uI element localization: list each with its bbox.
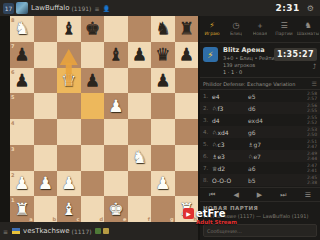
move-number: 3. [203, 117, 212, 123]
move-number: 7. [203, 165, 212, 171]
black-pawn[interactable]: ♟ [128, 42, 152, 68]
black-rook[interactable]: ♜ [175, 16, 199, 42]
square-d6[interactable]: ♟ [81, 68, 105, 94]
tournament-players-count: 139 игроков [223, 62, 317, 68]
rank-label-4: 4 [11, 120, 14, 126]
list-icon: ☰ [280, 22, 287, 30]
top-player-clock: 2:31 [275, 3, 299, 13]
white-knight[interactable]: ♞ [128, 145, 152, 171]
file-label-f: f [148, 216, 150, 222]
square-a1[interactable]: 1a♜ [10, 196, 34, 222]
square-g3[interactable] [151, 145, 175, 171]
square-c6[interactable]: ♛ [57, 68, 81, 94]
watermark-subtext: Adult Stream [196, 219, 237, 225]
tab-блиц[interactable]: ◷Блиц [224, 16, 248, 42]
move-list[interactable]: 1.e4e52:582:572.♘f3d62:562:553.d4exd42:5… [200, 90, 320, 187]
white-pawn[interactable]: ♟ [10, 171, 34, 197]
black-move[interactable]: exd4 [248, 117, 284, 124]
top-player-bar: 17 LawBuffalo (1191) ≡ 👤 2:31 ⚙ [0, 0, 320, 16]
clock-icon: ◷ [233, 22, 240, 30]
square-e1[interactable]: e♚ [104, 196, 128, 222]
square-c8[interactable]: ♝ [57, 16, 81, 42]
rank-label-5: 5 [11, 94, 14, 100]
app-window: 17 LawBuffalo (1191) ≡ 👤 2:31 ⚙ 8♞♝♚♞♜7♟… [0, 0, 320, 240]
flag-icon [12, 228, 20, 234]
square-c3[interactable] [57, 145, 81, 171]
black-move[interactable]: b5 [248, 177, 284, 184]
tab-шахматы[interactable]: ♞Шахматы [296, 16, 320, 42]
move-counter-badge: 17 [3, 3, 14, 14]
watermark-text: etFre [196, 208, 225, 219]
black-bishop[interactable]: ♝ [57, 16, 81, 42]
list-icon: ≡ [94, 5, 99, 12]
square-e5[interactable]: ♟ [104, 93, 128, 119]
tab-label: Играю [204, 31, 219, 36]
tournament-score: 1 · 1 · 0 [223, 69, 317, 75]
white-move[interactable]: O-O-O [212, 177, 248, 184]
white-pawn[interactable]: ♟ [104, 93, 128, 119]
black-move[interactable]: g6 [248, 129, 284, 136]
white-move[interactable]: ♘c3 [212, 141, 248, 148]
square-f5[interactable] [128, 93, 152, 119]
black-move[interactable]: e5 [248, 93, 284, 100]
square-g7[interactable]: ♛ [151, 42, 175, 68]
white-queen[interactable]: ♛ [57, 68, 81, 94]
square-h3[interactable] [175, 145, 199, 171]
black-move[interactable]: d6 [248, 105, 284, 112]
black-pawn[interactable]: ♟ [10, 68, 34, 94]
square-e8[interactable] [104, 16, 128, 42]
square-f2[interactable] [128, 171, 152, 197]
square-g8[interactable]: ♞ [151, 16, 175, 42]
rank-label-3: 3 [11, 146, 14, 152]
move-row[interactable]: 2.♘f3d62:562:55 [200, 102, 320, 114]
black-bishop[interactable]: ♝ [104, 42, 128, 68]
move-clocks: 2:452:38 [307, 175, 317, 185]
black-pawn[interactable]: ♟ [81, 68, 105, 94]
black-king[interactable]: ♚ [81, 16, 105, 42]
move-row[interactable]: 7.♕d2a62:472:41 [200, 162, 320, 174]
tab-играю[interactable]: ⚡Играю [200, 16, 224, 42]
square-g1[interactable]: g [151, 196, 175, 222]
square-f3[interactable]: ♞ [128, 145, 152, 171]
tab-партии[interactable]: ☰Партии [272, 16, 296, 42]
square-c7[interactable] [57, 42, 81, 68]
move-row[interactable]: 5.♘c3♗g72:512:47 [200, 138, 320, 150]
square-e4[interactable] [104, 119, 128, 145]
play-icon: ▶ [183, 208, 194, 219]
list-icon: ≡ [3, 228, 8, 235]
square-b4[interactable] [34, 119, 58, 145]
black-move[interactable]: ♗g7 [248, 141, 284, 148]
prev-move-icon[interactable]: ◀ [233, 191, 238, 199]
playback-controls: ⏮◀▶⏭☰ [200, 187, 320, 202]
white-move[interactable]: ♘xd4 [212, 129, 248, 136]
move-row[interactable]: 1.e4e52:582:57 [200, 90, 320, 102]
white-knight[interactable]: ♞ [10, 16, 34, 42]
white-king[interactable]: ♚ [104, 196, 128, 222]
square-a4[interactable]: 4 [10, 119, 34, 145]
white-rook[interactable]: ♜ [10, 196, 34, 222]
lightning-icon: ⚡ [209, 22, 215, 30]
file-label-g: g [170, 216, 174, 222]
tournament-card[interactable]: ⚡ Blitz Арена 3+0 • Блиц • Рейтинговая 1… [200, 43, 320, 78]
white-move[interactable]: d4 [212, 117, 248, 124]
white-move[interactable]: ♘f3 [212, 105, 248, 112]
white-move[interactable]: e4 [212, 93, 248, 100]
bottom-player-name[interactable]: vesTkachswe [23, 227, 70, 235]
square-h4[interactable] [175, 119, 199, 145]
file-label-d: d [99, 216, 103, 222]
square-e3[interactable] [104, 145, 128, 171]
move-clocks: 2:492:44 [307, 151, 317, 161]
square-d5[interactable] [81, 93, 105, 119]
bottom-player-rating: (1117) [72, 228, 92, 235]
square-b2[interactable]: ♟ [34, 171, 58, 197]
move-row[interactable]: 4.♘xd4g62:532:50 [200, 126, 320, 138]
sidebar: ⚡Играю◷Блиц＋Новая☰Партии♞Шахматы ⚡ Blitz… [200, 16, 320, 240]
square-h8[interactable]: ♜ [175, 16, 199, 42]
square-g6[interactable]: ♟ [151, 68, 175, 94]
square-b1[interactable]: b [34, 196, 58, 222]
square-a8[interactable]: 8♞ [10, 16, 34, 42]
move-number: 6. [203, 153, 212, 159]
avatar[interactable] [16, 2, 28, 14]
square-f8[interactable] [128, 16, 152, 42]
square-b5[interactable] [34, 93, 58, 119]
square-c5[interactable] [57, 93, 81, 119]
next-move-icon[interactable]: ▶ [257, 191, 262, 199]
move-number: 8. [203, 177, 212, 183]
tab-label: Новая [253, 31, 267, 36]
move-clocks: 2:472:41 [307, 163, 317, 173]
black-move[interactable]: a6 [248, 165, 284, 172]
top-player-rating: (1191) [72, 5, 92, 12]
square-b8[interactable] [34, 16, 58, 42]
bottom-player-bar: ≡ vesTkachswe (1117) [0, 222, 198, 240]
square-b3[interactable] [34, 145, 58, 171]
black-pawn[interactable]: ♟ [151, 68, 175, 94]
status-badge [95, 228, 101, 234]
square-a7[interactable]: 7♟ [10, 42, 34, 68]
top-player-name[interactable]: LawBuffalo [31, 4, 70, 12]
square-g5[interactable] [151, 93, 175, 119]
square-c2[interactable]: ♟ [57, 171, 81, 197]
square-g2[interactable]: ♟ [151, 171, 175, 197]
square-a2[interactable]: 2♟ [10, 171, 34, 197]
trophy-badge [103, 228, 109, 234]
chat-placeholder: Сообщение... [207, 228, 242, 234]
opening-row: Philidor Defense: Exchange Variation ☰ [200, 78, 320, 90]
square-c1[interactable]: c♝ [57, 196, 81, 222]
knight-icon: ♞ [304, 22, 311, 30]
share-icon[interactable]: ⤴ [313, 63, 317, 71]
chat-input[interactable]: Сообщение... [203, 224, 317, 237]
square-d1[interactable]: d [81, 196, 105, 222]
white-pawn[interactable]: ♟ [34, 171, 58, 197]
move-number: 5. [203, 141, 212, 147]
square-f1[interactable]: f [128, 196, 152, 222]
menu-icon[interactable]: ☰ [305, 191, 311, 199]
square-c4[interactable] [57, 119, 81, 145]
square-f4[interactable] [128, 119, 152, 145]
tournament-clock: 1:35:27 [274, 48, 317, 61]
opening-name: Philidor Defense: Exchange Variation [203, 81, 310, 87]
black-queen[interactable]: ♛ [151, 42, 175, 68]
white-move[interactable]: ♗e3 [212, 153, 248, 160]
white-pawn[interactable]: ♟ [151, 171, 175, 197]
square-d2[interactable] [81, 171, 105, 197]
sidebar-tabs: ⚡Играю◷Блиц＋Новая☰Партии♞Шахматы [200, 16, 320, 43]
plus-icon: ＋ [256, 22, 264, 30]
lightning-icon: ⚡ [203, 47, 218, 62]
square-d8[interactable]: ♚ [81, 16, 105, 42]
square-e6[interactable] [104, 68, 128, 94]
square-a5[interactable]: 5 [10, 93, 34, 119]
menu-icon[interactable]: ☰ [312, 80, 317, 87]
move-number: 4. [203, 129, 212, 135]
person-icon: 👤 [102, 5, 110, 12]
move-clocks: 2:512:47 [307, 139, 317, 149]
square-f6[interactable] [128, 68, 152, 94]
move-row[interactable]: 3.d4exd42:552:52 [200, 114, 320, 126]
black-move[interactable]: ♘e7 [248, 153, 284, 160]
move-row[interactable]: 8.O-O-Ob52:452:38 [200, 174, 320, 186]
move-number: 2. [203, 105, 212, 111]
square-a6[interactable]: 6♟ [10, 68, 34, 94]
tab-label: Шахматы [297, 31, 320, 36]
tab-label: Партии [275, 31, 292, 36]
move-row[interactable]: 6.♗e3♘e72:492:44 [200, 150, 320, 162]
black-knight[interactable]: ♞ [151, 16, 175, 42]
black-pawn[interactable]: ♟ [10, 42, 34, 68]
square-h5[interactable] [175, 93, 199, 119]
watermark: ▶ etFre Adult Stream [183, 208, 237, 225]
move-clocks: 2:582:57 [307, 91, 317, 101]
square-a3[interactable]: 3 [10, 145, 34, 171]
tab-новая[interactable]: ＋Новая [248, 16, 272, 42]
move-clocks: 2:532:50 [307, 127, 317, 137]
move-number: 1. [203, 93, 212, 99]
square-b7[interactable] [34, 42, 58, 68]
white-move[interactable]: ♕d2 [212, 165, 248, 172]
chess-board[interactable]: 8♞♝♚♞♜7♟♝♟♛♟6♟♛♟♟5♟43♞2♟♟♟♟1a♜bc♝de♚fgh♜ [10, 16, 198, 222]
white-pawn[interactable]: ♟ [57, 171, 81, 197]
move-clocks: 2:562:55 [307, 103, 317, 113]
first-move-icon[interactable]: ⏮ [209, 191, 215, 199]
move-clocks: 2:552:52 [307, 115, 317, 125]
square-e2[interactable] [104, 171, 128, 197]
square-d4[interactable] [81, 119, 105, 145]
black-pawn[interactable]: ♟ [175, 42, 199, 68]
square-d7[interactable] [81, 42, 105, 68]
gear-icon[interactable]: ⚙ [307, 4, 314, 13]
square-b6[interactable] [34, 68, 58, 94]
tab-label: Блиц [230, 31, 242, 36]
square-h7[interactable]: ♟ [175, 42, 199, 68]
square-e7[interactable]: ♝ [104, 42, 128, 68]
last-move-icon[interactable]: ⏭ [280, 191, 286, 199]
square-h2[interactable] [175, 171, 199, 197]
square-h6[interactable] [175, 68, 199, 94]
white-bishop[interactable]: ♝ [57, 196, 81, 222]
square-g4[interactable] [151, 119, 175, 145]
square-d3[interactable] [81, 145, 105, 171]
square-f7[interactable]: ♟ [128, 42, 152, 68]
file-label-b: b [52, 216, 56, 222]
